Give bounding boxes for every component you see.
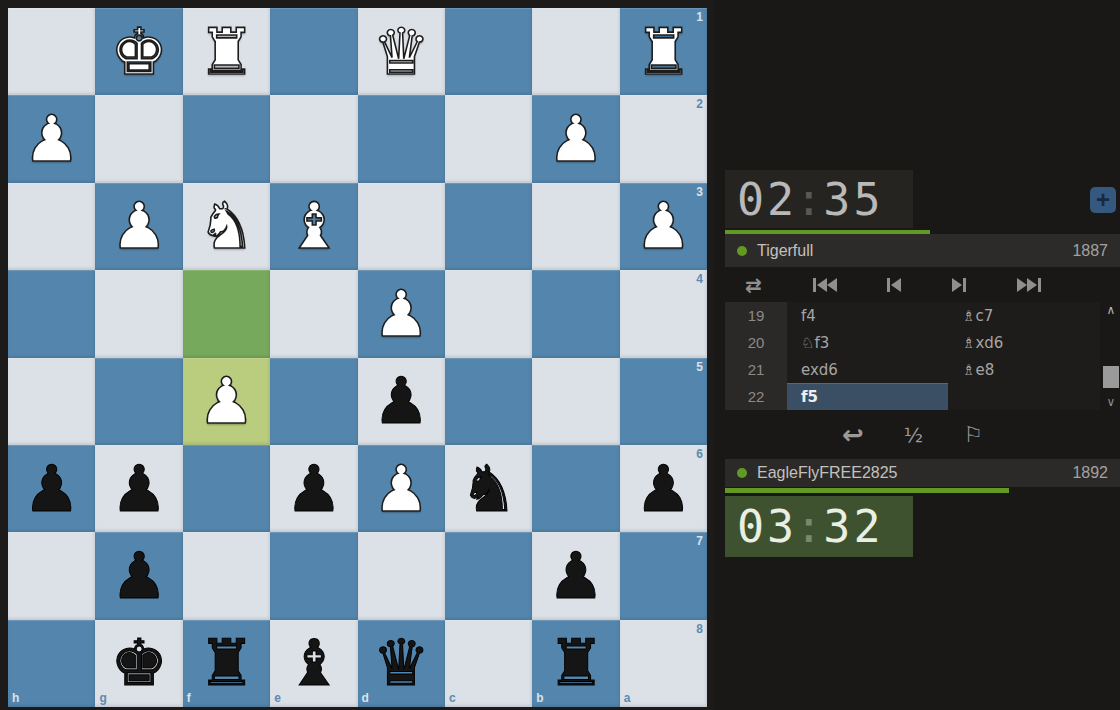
square-c5[interactable] <box>445 358 532 445</box>
square-e5[interactable] <box>270 358 357 445</box>
rank-label-4: 4 <box>696 273 703 285</box>
square-b2[interactable]: ♟ <box>532 95 619 182</box>
file-label-e: e <box>274 692 281 704</box>
square-e7[interactable] <box>270 532 357 619</box>
move-black-22[interactable] <box>948 383 1100 410</box>
square-d6[interactable]: ♟ <box>358 445 445 532</box>
piece-black-queen-d8[interactable]: ♛ <box>373 631 430 695</box>
move-white-21[interactable]: exd6 <box>787 356 948 383</box>
opponent-clock: 02:35 <box>725 170 913 228</box>
piece-white-rook-a1[interactable]: ♜ <box>635 20 692 84</box>
square-h2[interactable]: ♟ <box>8 95 95 182</box>
move-nav-row: ⇄ <box>725 269 1055 300</box>
player-bar[interactable]: EagleFlyFREE2825 1892 <box>725 459 1120 487</box>
rank-label-2: 2 <box>696 98 703 110</box>
file-label-g: g <box>99 692 106 704</box>
square-d8[interactable]: d♛ <box>358 620 445 707</box>
piece-white-queen-d1[interactable]: ♛ <box>373 20 430 84</box>
move-white-19[interactable]: f4 <box>787 302 948 329</box>
square-e6[interactable]: ♟ <box>270 445 357 532</box>
piece-black-pawn-g6[interactable]: ♟ <box>110 457 167 521</box>
square-h1[interactable] <box>8 8 95 95</box>
square-a8[interactable]: a8 <box>620 620 707 707</box>
square-b5[interactable] <box>532 358 619 445</box>
piece-white-pawn-b2[interactable]: ♟ <box>547 107 604 171</box>
piece-white-bishop-e3[interactable]: ♝ <box>285 194 342 258</box>
give-more-time-button[interactable]: + <box>1090 187 1116 213</box>
square-g1[interactable]: ♚ <box>95 8 182 95</box>
square-f5[interactable]: ♟ <box>183 358 270 445</box>
square-c2[interactable] <box>445 95 532 182</box>
square-c8[interactable]: c <box>445 620 532 707</box>
board-frame: ♚♜♛1♜♟♟2♟♞♝3♟♟4♟♟5♟♟♟♟♞6♟♟♟7hg♚f♜e♝d♛cb♜… <box>0 0 714 710</box>
piece-white-pawn-g3[interactable]: ♟ <box>110 194 167 258</box>
file-label-a: a <box>624 692 631 704</box>
move-black-20[interactable]: ♗xd6 <box>948 329 1100 356</box>
piece-black-rook-f8[interactable]: ♜ <box>198 631 255 695</box>
piece-black-pawn-h6[interactable]: ♟ <box>23 457 80 521</box>
piece-white-king-g1[interactable]: ♚ <box>110 20 167 84</box>
square-f2[interactable] <box>183 95 270 182</box>
online-dot <box>737 246 747 256</box>
square-g4[interactable] <box>95 270 182 357</box>
piece-white-rook-f1[interactable]: ♜ <box>198 20 255 84</box>
square-a3[interactable]: 3♟ <box>620 183 707 270</box>
square-g2[interactable] <box>95 95 182 182</box>
player-name: EagleFlyFREE2825 <box>757 464 898 482</box>
piece-black-knight-c6[interactable]: ♞ <box>460 457 517 521</box>
piece-white-pawn-a3[interactable]: ♟ <box>635 194 692 258</box>
square-a4[interactable]: 4 <box>620 270 707 357</box>
move-row-19: 19f4♗c7 <box>725 302 1100 329</box>
scroll-down-icon[interactable]: ∨ <box>1102 396 1120 408</box>
opponent-rating: 1887 <box>1072 242 1108 260</box>
scroll-up-icon[interactable]: ∧ <box>1102 304 1120 316</box>
move-white-20[interactable]: ♘f3 <box>787 329 948 356</box>
square-a6[interactable]: 6♟ <box>620 445 707 532</box>
rank-label-3: 3 <box>696 186 703 198</box>
move-row-22: 22f5 <box>725 383 1100 410</box>
rank-label-7: 7 <box>696 535 703 547</box>
move-list: 19f4♗c720♘f3♗xd621exd6♗e822f5 <box>725 302 1100 410</box>
square-b3[interactable] <box>532 183 619 270</box>
piece-black-pawn-g7[interactable]: ♟ <box>110 544 167 608</box>
square-c3[interactable] <box>445 183 532 270</box>
sidebar: 02:35 + Tigerfull 1887 ⇄ 19f4♗c720♘f3♗xd… <box>714 0 1120 710</box>
file-label-d: d <box>362 692 369 704</box>
rank-label-1: 1 <box>696 11 703 23</box>
move-list-scrollbar[interactable]: ∧ ∨ <box>1102 302 1120 410</box>
piece-black-pawn-e6[interactable]: ♟ <box>285 457 342 521</box>
previous-move-icon[interactable] <box>887 278 901 292</box>
square-e8[interactable]: e♝ <box>270 620 357 707</box>
move-row-21: 21exd6♗e8 <box>725 356 1100 383</box>
square-d1[interactable]: ♛ <box>358 8 445 95</box>
piece-white-knight-f3[interactable]: ♞ <box>198 194 255 258</box>
square-d3[interactable] <box>358 183 445 270</box>
game-actions-row: ↩ ½ ⚐ <box>725 413 1100 457</box>
next-move-icon[interactable] <box>952 278 966 292</box>
online-dot <box>737 468 747 478</box>
square-h5[interactable] <box>8 358 95 445</box>
square-b4[interactable] <box>532 270 619 357</box>
square-g5[interactable] <box>95 358 182 445</box>
piece-white-pawn-d4[interactable]: ♟ <box>373 282 430 346</box>
opponent-name: Tigerfull <box>757 242 813 260</box>
square-d5[interactable]: ♟ <box>358 358 445 445</box>
square-f1[interactable]: ♜ <box>183 8 270 95</box>
move-number: 22 <box>725 383 787 410</box>
square-e1[interactable] <box>270 8 357 95</box>
square-g8[interactable]: g♚ <box>95 620 182 707</box>
rank-label-6: 6 <box>696 448 703 460</box>
rank-label-5: 5 <box>696 361 703 373</box>
move-number: 21 <box>725 356 787 383</box>
first-move-icon[interactable] <box>813 278 837 292</box>
square-f3[interactable]: ♞ <box>183 183 270 270</box>
piece-black-king-g8[interactable]: ♚ <box>110 631 167 695</box>
square-h6[interactable]: ♟ <box>8 445 95 532</box>
piece-black-rook-b8[interactable]: ♜ <box>547 631 604 695</box>
file-label-c: c <box>449 692 456 704</box>
rank-label-8: 8 <box>696 623 703 635</box>
piece-black-bishop-e8[interactable]: ♝ <box>285 631 342 695</box>
square-d4[interactable]: ♟ <box>358 270 445 357</box>
piece-black-pawn-d5[interactable]: ♟ <box>373 369 430 433</box>
chess-board: ♚♜♛1♜♟♟2♟♞♝3♟♟4♟♟5♟♟♟♟♞6♟♟♟7hg♚f♜e♝d♛cb♜… <box>8 8 707 707</box>
square-h3[interactable] <box>8 183 95 270</box>
square-b7[interactable]: ♟ <box>532 532 619 619</box>
square-h4[interactable] <box>8 270 95 357</box>
square-g6[interactable]: ♟ <box>95 445 182 532</box>
square-f8[interactable]: f♜ <box>183 620 270 707</box>
square-b6[interactable] <box>532 445 619 532</box>
player-clock: 03:32 <box>725 496 913 557</box>
file-label-h: h <box>12 692 19 704</box>
square-a5[interactable]: 5 <box>620 358 707 445</box>
move-white-22[interactable]: f5 <box>787 383 948 410</box>
move-black-19[interactable]: ♗c7 <box>948 302 1100 329</box>
player-rating: 1892 <box>1072 464 1108 482</box>
square-c6[interactable]: ♞ <box>445 445 532 532</box>
resign-flag-icon[interactable]: ⚐ <box>963 424 983 446</box>
piece-black-pawn-a6[interactable]: ♟ <box>635 457 692 521</box>
flip-board-icon[interactable]: ⇄ <box>745 273 762 297</box>
opponent-player-bar[interactable]: Tigerfull 1887 <box>725 234 1120 267</box>
move-number: 19 <box>725 302 787 329</box>
square-b8[interactable]: b♜ <box>532 620 619 707</box>
square-d7[interactable] <box>358 532 445 619</box>
file-label-f: f <box>187 692 191 704</box>
file-label-b: b <box>536 692 543 704</box>
move-black-21[interactable]: ♗e8 <box>948 356 1100 383</box>
square-a1[interactable]: 1♜ <box>620 8 707 95</box>
player-time-bar <box>725 488 1120 493</box>
square-a2[interactable]: 2 <box>620 95 707 182</box>
square-f7[interactable] <box>183 532 270 619</box>
square-c1[interactable] <box>445 8 532 95</box>
square-f4[interactable] <box>183 270 270 357</box>
piece-white-pawn-h2[interactable]: ♟ <box>23 107 80 171</box>
square-a7[interactable]: 7 <box>620 532 707 619</box>
square-c4[interactable] <box>445 270 532 357</box>
square-c7[interactable] <box>445 532 532 619</box>
move-number: 20 <box>725 329 787 356</box>
player-time-bar-fill <box>725 488 1009 493</box>
piece-white-pawn-d6[interactable]: ♟ <box>373 457 430 521</box>
square-d2[interactable] <box>358 95 445 182</box>
piece-white-pawn-f5[interactable]: ♟ <box>198 369 255 433</box>
square-e4[interactable] <box>270 270 357 357</box>
square-f6[interactable] <box>183 445 270 532</box>
square-e2[interactable] <box>270 95 357 182</box>
square-h8[interactable]: h <box>8 620 95 707</box>
square-h7[interactable] <box>8 532 95 619</box>
square-g3[interactable]: ♟ <box>95 183 182 270</box>
square-b1[interactable] <box>532 8 619 95</box>
square-e3[interactable]: ♝ <box>270 183 357 270</box>
piece-black-pawn-b7[interactable]: ♟ <box>547 544 604 608</box>
offer-draw-button[interactable]: ½ <box>904 425 923 445</box>
last-move-icon[interactable] <box>1017 278 1041 292</box>
move-row-20: 20♘f3♗xd6 <box>725 329 1100 356</box>
takeback-icon[interactable]: ↩ <box>842 422 864 448</box>
scrollbar-thumb[interactable] <box>1103 366 1119 388</box>
square-g7[interactable]: ♟ <box>95 532 182 619</box>
